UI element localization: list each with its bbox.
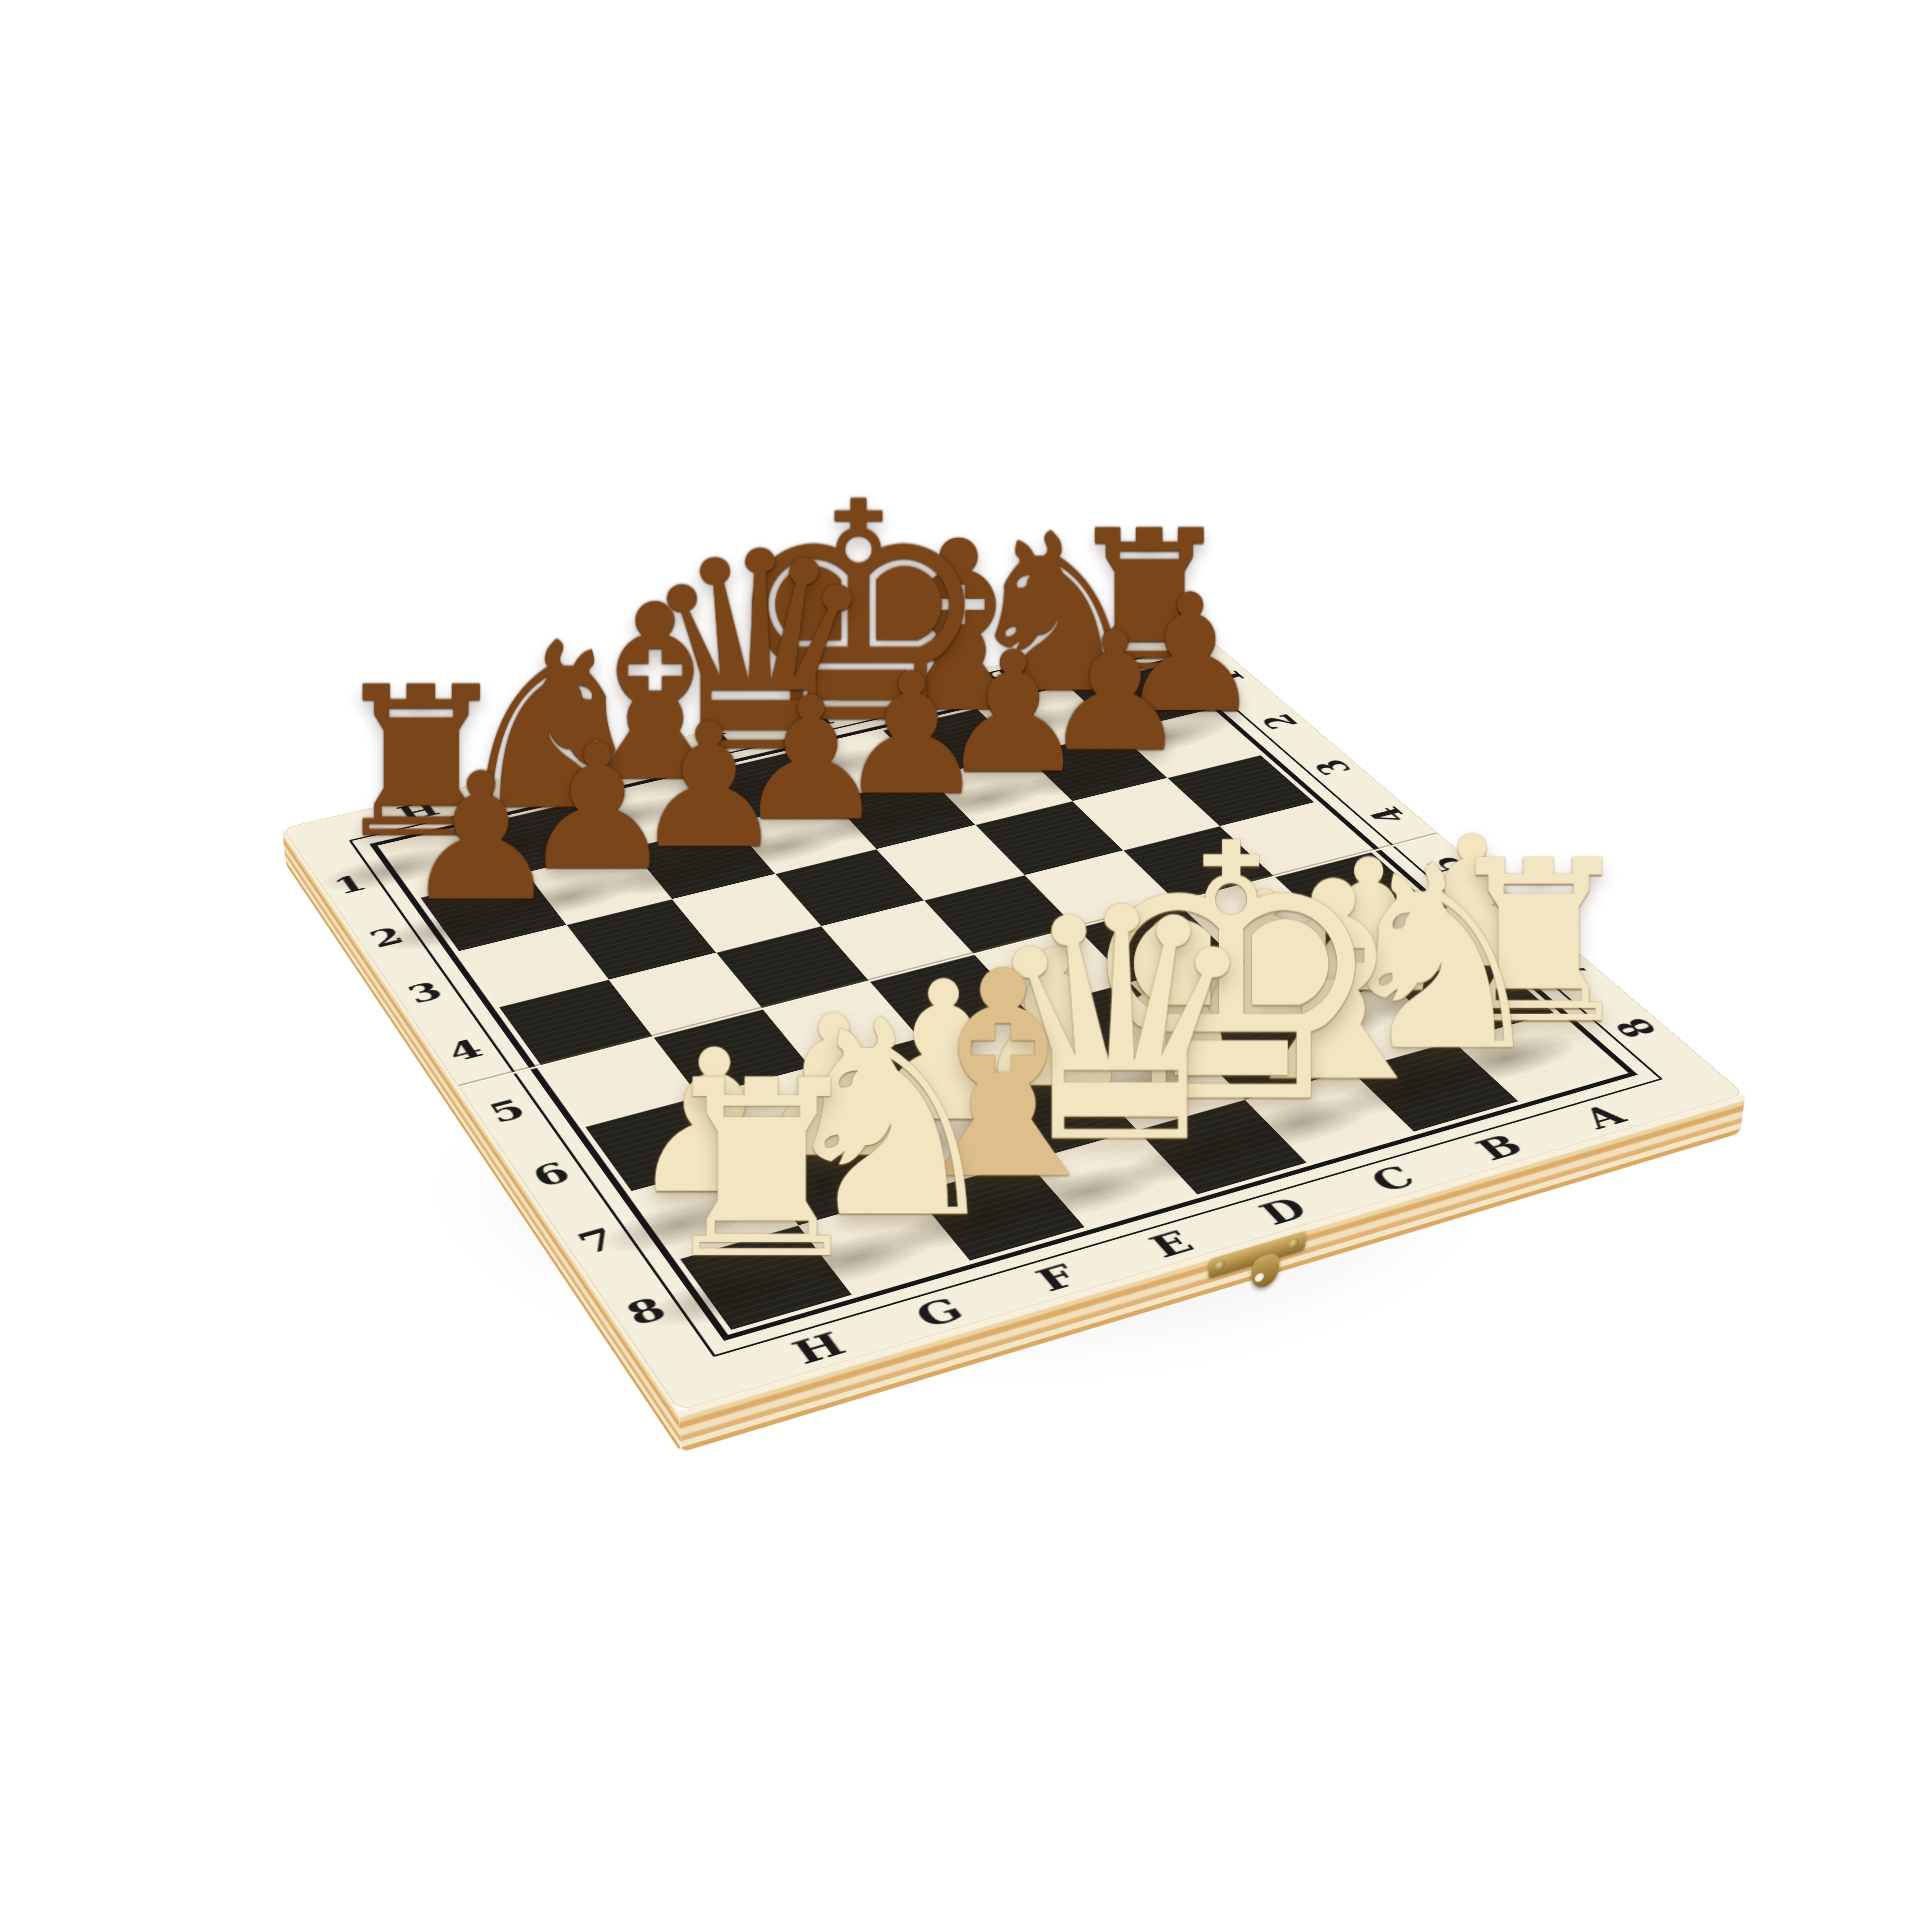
piece-glyph: ♜ bbox=[568, 1049, 956, 1294]
piece-glyph: ♟ bbox=[313, 750, 650, 926]
product-photo-scene: HGFEDCBAHGFEDCBA1234567812345678 ♜♞♝♛♚♝♞… bbox=[0, 0, 1920, 1920]
